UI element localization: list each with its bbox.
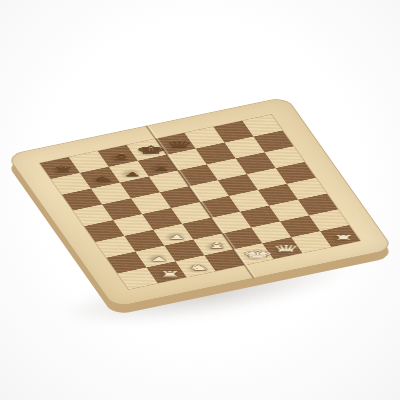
white-pawn-glyph: ♟ xyxy=(162,234,193,240)
black-knight-glyph: ♞ xyxy=(88,175,119,183)
white-pawn-c6[interactable]: ♟ xyxy=(153,224,193,246)
black-pawn-glyph: ♟ xyxy=(146,165,177,171)
black-queen-glyph: ♛ xyxy=(164,140,195,149)
black-pawn-glyph: ♟ xyxy=(117,171,148,177)
white-bishop-glyph: ♝ xyxy=(202,241,233,249)
white-rook-glyph: ♜ xyxy=(328,234,359,241)
white-knight-glyph: ♞ xyxy=(184,264,215,272)
white-rook-glyph: ♜ xyxy=(155,271,186,278)
white-queen-glyph: ♛ xyxy=(271,244,302,253)
black-rook-a1[interactable]: ♜ xyxy=(40,157,80,179)
black-rook-glyph: ♜ xyxy=(48,166,79,173)
white-bishop-d7[interactable]: ♝ xyxy=(193,234,233,256)
product-photo-scene: ♜♝♚♛♞♟♟♟♟♝♜♞♚♛♜ xyxy=(0,0,400,400)
white-rook-h8[interactable]: ♜ xyxy=(320,225,360,247)
white-pawn-glyph: ♟ xyxy=(144,256,175,262)
